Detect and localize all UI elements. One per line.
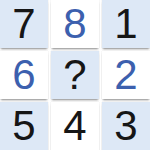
missing-cell-r2c2[interactable]: ? (51, 51, 99, 99)
cell-r2c3[interactable]: 2 (102, 51, 150, 99)
cell-r1c3[interactable]: 1 (102, 0, 150, 48)
cell-r3c2[interactable]: 4 (51, 102, 99, 150)
cell-r2c1[interactable]: 6 (0, 51, 48, 99)
cell-r1c2[interactable]: 8 (51, 0, 99, 48)
puzzle-board: 7816?2543 (0, 0, 150, 150)
cell-r3c1[interactable]: 5 (0, 102, 48, 150)
cell-r3c3[interactable]: 3 (102, 102, 150, 150)
cell-r1c1[interactable]: 7 (0, 0, 48, 48)
